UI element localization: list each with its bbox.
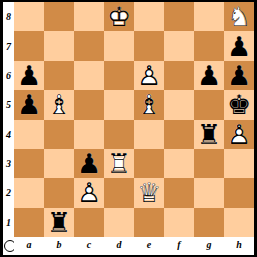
file-label-b: b <box>44 237 74 255</box>
square-f8[interactable] <box>164 2 194 31</box>
knight-outline-glyph: ♘ <box>224 2 254 31</box>
square-d1[interactable] <box>104 208 134 237</box>
square-g4[interactable]: ♜ <box>194 120 224 149</box>
square-b5[interactable]: ♝♗ <box>44 90 74 119</box>
rank-label-6: 6 <box>3 61 14 90</box>
square-f6[interactable] <box>164 61 194 90</box>
pawn-glyph: ♟ <box>74 149 104 178</box>
square-h2[interactable] <box>224 178 254 207</box>
square-e7[interactable] <box>134 31 164 60</box>
square-a6[interactable]: ♟ <box>14 61 44 90</box>
rank-label-4: 4 <box>3 120 14 149</box>
square-f2[interactable] <box>164 178 194 207</box>
square-h1[interactable] <box>224 208 254 237</box>
file-label-a: a <box>14 237 44 255</box>
square-b1[interactable]: ♜ <box>44 208 74 237</box>
square-g6[interactable]: ♟ <box>194 61 224 90</box>
piece-black-pawn-h6[interactable]: ♟ <box>224 61 254 90</box>
pawn-glyph: ♟ <box>14 61 44 90</box>
square-a8[interactable] <box>14 2 44 31</box>
rook-outline-glyph: ♖ <box>104 149 134 178</box>
square-h6[interactable]: ♟ <box>224 61 254 90</box>
piece-white-queen-e2[interactable]: ♛♕ <box>134 178 164 207</box>
square-d3[interactable]: ♜♖ <box>104 149 134 178</box>
file-label-d: d <box>104 237 134 255</box>
pawn-glyph: ♟ <box>194 61 224 90</box>
pawn-outline-glyph: ♙ <box>74 178 104 207</box>
bishop-outline-glyph: ♗ <box>134 90 164 119</box>
square-g7[interactable] <box>194 31 224 60</box>
piece-black-pawn-c3[interactable]: ♟ <box>74 149 104 178</box>
square-h5[interactable]: ♚ <box>224 90 254 119</box>
square-f3[interactable] <box>164 149 194 178</box>
file-label-e: e <box>134 237 164 255</box>
piece-white-pawn-c2[interactable]: ♟♙ <box>74 178 104 207</box>
square-f7[interactable] <box>164 31 194 60</box>
rook-glyph: ♜ <box>44 208 74 237</box>
rank-label-7: 7 <box>3 31 14 60</box>
rook-glyph: ♜ <box>194 120 224 149</box>
square-f5[interactable] <box>164 90 194 119</box>
square-h7[interactable]: ♟ <box>224 31 254 60</box>
square-e5[interactable]: ♝♗ <box>134 90 164 119</box>
square-d4[interactable] <box>104 120 134 149</box>
piece-white-knight-h8[interactable]: ♞♘ <box>224 2 254 31</box>
piece-black-pawn-h7[interactable]: ♟ <box>224 31 254 60</box>
file-label-g: g <box>194 237 224 255</box>
square-g5[interactable] <box>194 90 224 119</box>
rank-labels: 87654321 <box>3 2 14 237</box>
square-c8[interactable] <box>74 2 104 31</box>
piece-white-rook-d3[interactable]: ♜♖ <box>104 149 134 178</box>
square-b3[interactable] <box>44 149 74 178</box>
file-label-f: f <box>164 237 194 255</box>
square-h8[interactable]: ♞♘ <box>224 2 254 31</box>
square-e2[interactable]: ♛♕ <box>134 178 164 207</box>
rank-label-2: 2 <box>3 178 14 207</box>
rank-label-8: 8 <box>3 2 14 31</box>
square-f4[interactable] <box>164 120 194 149</box>
rank-label-3: 3 <box>3 149 14 178</box>
square-b6[interactable] <box>44 61 74 90</box>
king-outline-glyph: ♔ <box>104 2 134 31</box>
queen-outline-glyph: ♕ <box>134 178 164 207</box>
chess-board: ♚♔♞♘♟♟♟♙♟♟♟♝♗♝♗♚♜♟♙♟♜♖♟♙♛♕♜ <box>14 2 254 237</box>
file-labels: abcdefgh <box>14 237 254 255</box>
square-g1[interactable] <box>194 208 224 237</box>
square-b4[interactable] <box>44 120 74 149</box>
pawn-glyph: ♟ <box>224 31 254 60</box>
square-a1[interactable] <box>14 208 44 237</box>
square-b8[interactable] <box>44 2 74 31</box>
rank-label-1: 1 <box>3 208 14 237</box>
pawn-glyph: ♟ <box>224 61 254 90</box>
square-d2[interactable] <box>104 178 134 207</box>
piece-black-rook-b1[interactable]: ♜ <box>44 208 74 237</box>
square-d5[interactable] <box>104 90 134 119</box>
file-label-h: h <box>224 237 254 255</box>
square-c4[interactable] <box>74 120 104 149</box>
square-e1[interactable] <box>134 208 164 237</box>
piece-white-king-d8[interactable]: ♚♔ <box>104 2 134 31</box>
bishop-outline-glyph: ♗ <box>44 90 74 119</box>
square-c2[interactable]: ♟♙ <box>74 178 104 207</box>
square-e4[interactable] <box>134 120 164 149</box>
square-e8[interactable] <box>134 2 164 31</box>
square-d8[interactable]: ♚♔ <box>104 2 134 31</box>
square-a2[interactable] <box>14 178 44 207</box>
piece-white-bishop-b5[interactable]: ♝♗ <box>44 90 74 119</box>
square-h4[interactable]: ♟♙ <box>224 120 254 149</box>
square-a4[interactable] <box>14 120 44 149</box>
piece-black-pawn-a6[interactable]: ♟ <box>14 61 44 90</box>
square-c3[interactable]: ♟ <box>74 149 104 178</box>
pawn-glyph: ♟ <box>14 90 44 119</box>
square-g3[interactable] <box>194 149 224 178</box>
square-a5[interactable]: ♟ <box>14 90 44 119</box>
square-g2[interactable] <box>194 178 224 207</box>
piece-black-pawn-a5[interactable]: ♟ <box>14 90 44 119</box>
square-a3[interactable] <box>14 149 44 178</box>
square-a7[interactable] <box>14 31 44 60</box>
square-c7[interactable] <box>74 31 104 60</box>
square-c6[interactable] <box>74 61 104 90</box>
pawn-outline-glyph: ♙ <box>134 61 164 90</box>
king-glyph: ♚ <box>224 90 254 119</box>
square-b2[interactable] <box>44 178 74 207</box>
square-h3[interactable] <box>224 149 254 178</box>
square-b7[interactable] <box>44 31 74 60</box>
corner-gutter <box>3 237 14 255</box>
file-label-c: c <box>74 237 104 255</box>
piece-black-king-h5[interactable]: ♚ <box>224 90 254 119</box>
pawn-outline-glyph: ♙ <box>224 120 254 149</box>
piece-white-pawn-e6[interactable]: ♟♙ <box>134 61 164 90</box>
square-c1[interactable] <box>74 208 104 237</box>
square-f1[interactable] <box>164 208 194 237</box>
piece-black-rook-g4[interactable]: ♜ <box>194 120 224 149</box>
square-e3[interactable] <box>134 149 164 178</box>
rank-label-5: 5 <box>3 90 14 119</box>
piece-black-pawn-g6[interactable]: ♟ <box>194 61 224 90</box>
piece-white-pawn-h4[interactable]: ♟♙ <box>224 120 254 149</box>
chess-diagram: 87654321 ♚♔♞♘♟♟♟♙♟♟♟♝♗♝♗♚♜♟♙♟♜♖♟♙♛♕♜ abc… <box>0 0 257 257</box>
square-d7[interactable] <box>104 31 134 60</box>
square-c5[interactable] <box>74 90 104 119</box>
square-d6[interactable] <box>104 61 134 90</box>
square-e6[interactable]: ♟♙ <box>134 61 164 90</box>
square-g8[interactable] <box>194 2 224 31</box>
piece-white-bishop-e5[interactable]: ♝♗ <box>134 90 164 119</box>
